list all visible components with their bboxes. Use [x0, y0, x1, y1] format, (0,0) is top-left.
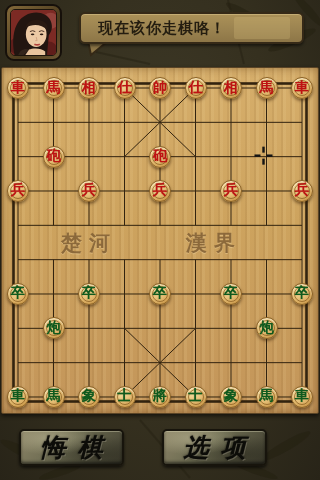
message-text: 现在该你走棋咯！ — [81, 19, 226, 38]
green-general[interactable]: 將 — [149, 386, 171, 408]
piece-glyph: 砲 — [47, 145, 61, 167]
red-cannon[interactable]: 砲 — [43, 146, 65, 168]
red-soldier[interactable]: 兵 — [7, 180, 29, 202]
green-elephant[interactable]: 象 — [78, 386, 100, 408]
piece-glyph: 卒 — [224, 282, 238, 304]
piece-glyph: 馬 — [260, 385, 274, 407]
green-soldier[interactable]: 卒 — [220, 283, 242, 305]
piece-glyph: 兵 — [11, 179, 25, 201]
green-elephant[interactable]: 象 — [220, 386, 242, 408]
river-label-right: 漢界 — [175, 229, 253, 257]
piece-glyph: 馬 — [47, 385, 61, 407]
piece-glyph: 帥 — [153, 77, 167, 99]
red-horse[interactable]: 馬 — [43, 77, 65, 99]
red-soldier[interactable]: 兵 — [149, 180, 171, 202]
piece-glyph: 仕 — [118, 77, 132, 99]
piece-glyph: 仕 — [189, 77, 203, 99]
red-advisor[interactable]: 仕 — [114, 77, 136, 99]
piece-glyph: 士 — [189, 385, 203, 407]
piece-glyph: 將 — [153, 385, 167, 407]
red-general[interactable]: 帥 — [149, 77, 171, 99]
red-cannon[interactable]: 砲 — [149, 146, 171, 168]
red-chariot[interactable]: 車 — [291, 77, 313, 99]
piece-glyph: 車 — [11, 77, 25, 99]
green-chariot[interactable]: 車 — [291, 386, 313, 408]
piece-glyph: 炮 — [260, 317, 274, 339]
piece-glyph: 兵 — [295, 179, 309, 201]
message-bubble: 现在该你走棋咯！ — [79, 12, 304, 44]
piece-glyph: 士 — [118, 385, 132, 407]
green-horse[interactable]: 馬 — [43, 386, 65, 408]
options-button[interactable]: 选项 — [162, 429, 267, 466]
piece-glyph: 車 — [11, 385, 25, 407]
piece-glyph: 相 — [224, 77, 238, 99]
piece-glyph: 兵 — [224, 179, 238, 201]
piece-glyph: 象 — [224, 385, 238, 407]
undo-button[interactable]: 悔棋 — [19, 429, 124, 466]
red-soldier[interactable]: 兵 — [220, 180, 242, 202]
green-advisor[interactable]: 士 — [185, 386, 207, 408]
piece-glyph: 卒 — [11, 282, 25, 304]
piece-glyph: 卒 — [82, 282, 96, 304]
green-cannon[interactable]: 炮 — [43, 317, 65, 339]
piece-glyph: 馬 — [260, 77, 274, 99]
piece-glyph: 象 — [82, 385, 96, 407]
red-soldier[interactable]: 兵 — [291, 180, 313, 202]
avatar-portrait-image — [11, 10, 56, 55]
piece-glyph: 卒 — [153, 282, 167, 304]
green-soldier[interactable]: 卒 — [78, 283, 100, 305]
green-advisor[interactable]: 士 — [114, 386, 136, 408]
piece-glyph: 車 — [295, 385, 309, 407]
red-soldier[interactable]: 兵 — [78, 180, 100, 202]
avatar — [5, 4, 62, 61]
green-chariot[interactable]: 車 — [7, 386, 29, 408]
red-elephant[interactable]: 相 — [78, 77, 100, 99]
app-screen: 现在该你走棋咯！ 楚河 漢界 車馬相仕帥仕相馬車砲砲兵兵兵兵兵卒卒卒卒卒炮炮車馬… — [0, 0, 320, 480]
green-horse[interactable]: 馬 — [256, 386, 278, 408]
red-elephant[interactable]: 相 — [220, 77, 242, 99]
piece-glyph: 卒 — [295, 282, 309, 304]
piece-glyph: 兵 — [82, 179, 96, 201]
red-advisor[interactable]: 仕 — [185, 77, 207, 99]
green-soldier[interactable]: 卒 — [291, 283, 313, 305]
avatar-portrait — [10, 9, 57, 56]
green-cannon[interactable]: 炮 — [256, 317, 278, 339]
xiangqi-board[interactable] — [1, 67, 319, 414]
green-soldier[interactable]: 卒 — [7, 283, 29, 305]
piece-glyph: 炮 — [47, 317, 61, 339]
river-label-left: 楚河 — [50, 229, 128, 257]
green-soldier[interactable]: 卒 — [149, 283, 171, 305]
piece-glyph: 相 — [82, 77, 96, 99]
piece-glyph: 馬 — [47, 77, 61, 99]
piece-glyph: 砲 — [153, 145, 167, 167]
red-horse[interactable]: 馬 — [256, 77, 278, 99]
piece-glyph: 兵 — [153, 179, 167, 201]
red-chariot[interactable]: 車 — [7, 77, 29, 99]
piece-glyph: 車 — [295, 77, 309, 99]
